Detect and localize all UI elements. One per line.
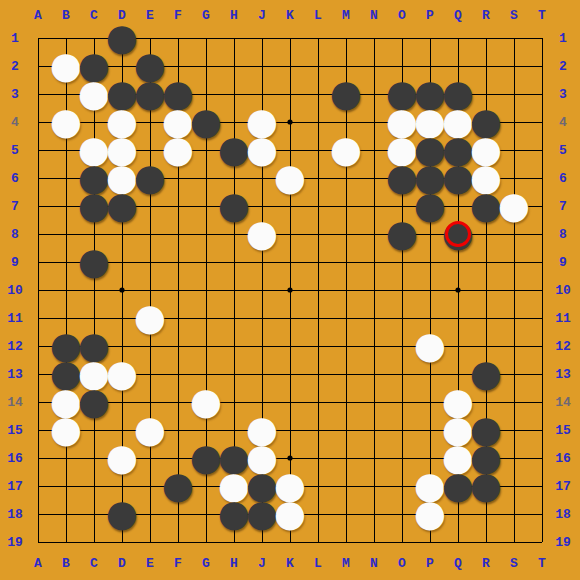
row-label-right: 4 <box>559 115 567 130</box>
column-label-bottom: B <box>62 556 70 571</box>
black-stone: ● <box>472 444 500 472</box>
column-label-top: K <box>286 8 294 23</box>
row-label-right: 12 <box>555 339 571 354</box>
column-label-bottom: N <box>370 556 378 571</box>
white-stone: ● <box>276 500 304 528</box>
column-label-bottom: P <box>426 556 434 571</box>
white-stone: ● <box>220 472 248 500</box>
white-stone: ● <box>80 136 108 164</box>
black-stone: ● <box>164 80 192 108</box>
row-label-left: 2 <box>11 59 19 74</box>
row-label-right: 8 <box>559 227 567 242</box>
column-label-bottom: Q <box>454 556 462 571</box>
column-label-top: S <box>510 8 518 23</box>
column-label-bottom: L <box>314 556 322 571</box>
column-label-top: R <box>482 8 490 23</box>
black-stone: ● <box>416 192 444 220</box>
black-stone: ● <box>220 500 248 528</box>
white-stone: ● <box>164 108 192 136</box>
black-stone: ● <box>108 192 136 220</box>
last-move-marker <box>445 221 471 247</box>
row-label-right: 7 <box>559 199 567 214</box>
white-stone: ● <box>52 108 80 136</box>
white-stone: ● <box>416 472 444 500</box>
black-stone: ● <box>52 360 80 388</box>
row-label-left: 1 <box>11 31 19 46</box>
white-stone: ● <box>444 444 472 472</box>
row-label-right: 5 <box>559 143 567 158</box>
black-stone: ● <box>416 164 444 192</box>
black-stone: ● <box>164 472 192 500</box>
column-label-bottom: A <box>34 556 42 571</box>
black-stone: ● <box>136 52 164 80</box>
white-stone: ● <box>108 108 136 136</box>
black-stone: ● <box>472 416 500 444</box>
black-stone: ● <box>388 80 416 108</box>
row-label-right: 11 <box>555 311 571 326</box>
black-stone: ● <box>136 80 164 108</box>
row-label-left: 9 <box>11 255 19 270</box>
black-stone: ● <box>444 164 472 192</box>
white-stone: ● <box>416 500 444 528</box>
black-stone: ● <box>248 472 276 500</box>
black-stone: ● <box>472 192 500 220</box>
row-label-right: 6 <box>559 171 567 186</box>
black-stone: ● <box>108 80 136 108</box>
row-label-right: 15 <box>555 423 571 438</box>
row-label-right: 2 <box>559 59 567 74</box>
go-board-app: AABBCCDDEEFFGGHHJJKKLLMMNNOOPPQQRRSSTT11… <box>0 0 580 580</box>
column-label-top: B <box>62 8 70 23</box>
white-stone: ● <box>248 136 276 164</box>
white-stone: ● <box>108 444 136 472</box>
black-stone: ● <box>248 500 276 528</box>
black-stone: ● <box>136 164 164 192</box>
column-label-top: P <box>426 8 434 23</box>
white-stone: ● <box>388 136 416 164</box>
white-stone: ● <box>164 136 192 164</box>
white-stone: ● <box>52 52 80 80</box>
column-label-top: Q <box>454 8 462 23</box>
black-stone: ● <box>220 192 248 220</box>
column-label-bottom: J <box>258 556 266 571</box>
black-stone: ● <box>220 136 248 164</box>
white-stone: ● <box>248 220 276 248</box>
black-stone: ● <box>220 444 248 472</box>
black-stone: ● <box>80 332 108 360</box>
row-label-right: 1 <box>559 31 567 46</box>
black-stone: ● <box>444 80 472 108</box>
column-label-top: A <box>34 8 42 23</box>
column-label-bottom: D <box>118 556 126 571</box>
white-stone: ● <box>472 164 500 192</box>
white-stone: ● <box>248 108 276 136</box>
white-stone: ● <box>388 108 416 136</box>
column-label-top: G <box>202 8 210 23</box>
white-stone: ● <box>500 192 528 220</box>
black-stone: ● <box>472 472 500 500</box>
black-stone: ● <box>80 52 108 80</box>
black-stone: ● <box>80 192 108 220</box>
column-label-bottom: T <box>538 556 546 571</box>
row-label-left: 19 <box>7 535 23 550</box>
row-label-right: 19 <box>555 535 571 550</box>
column-label-bottom: C <box>90 556 98 571</box>
column-label-top: M <box>342 8 350 23</box>
black-stone: ● <box>80 164 108 192</box>
black-stone: ● <box>472 360 500 388</box>
white-stone: ● <box>108 136 136 164</box>
row-label-left: 17 <box>7 479 23 494</box>
black-stone: ● <box>444 472 472 500</box>
black-stone: ● <box>192 444 220 472</box>
column-label-top: T <box>538 8 546 23</box>
black-stone: ● <box>332 80 360 108</box>
white-stone: ● <box>444 108 472 136</box>
row-label-left: 4 <box>11 115 19 130</box>
column-label-bottom: R <box>482 556 490 571</box>
black-stone: ● <box>444 136 472 164</box>
column-label-bottom: E <box>146 556 154 571</box>
row-label-left: 12 <box>7 339 23 354</box>
black-stone: ● <box>444 220 472 248</box>
white-stone: ● <box>248 444 276 472</box>
black-stone: ● <box>388 164 416 192</box>
row-label-left: 8 <box>11 227 19 242</box>
row-label-left: 6 <box>11 171 19 186</box>
black-stone: ● <box>52 332 80 360</box>
row-label-left: 15 <box>7 423 23 438</box>
black-stone: ● <box>80 388 108 416</box>
row-label-right: 9 <box>559 255 567 270</box>
white-stone: ● <box>248 416 276 444</box>
row-label-right: 3 <box>559 87 567 102</box>
black-stone: ● <box>108 24 136 52</box>
white-stone: ● <box>444 416 472 444</box>
column-label-bottom: G <box>202 556 210 571</box>
white-stone: ● <box>80 80 108 108</box>
column-label-bottom: S <box>510 556 518 571</box>
row-label-left: 7 <box>11 199 19 214</box>
white-stone: ● <box>80 360 108 388</box>
column-label-top: O <box>398 8 406 23</box>
column-label-bottom: O <box>398 556 406 571</box>
column-label-top: D <box>118 8 126 23</box>
row-label-left: 14 <box>7 395 23 410</box>
black-stone: ● <box>192 108 220 136</box>
column-label-bottom: H <box>230 556 238 571</box>
row-label-left: 16 <box>7 451 23 466</box>
column-label-top: N <box>370 8 378 23</box>
white-stone: ● <box>416 108 444 136</box>
column-label-top: L <box>314 8 322 23</box>
row-label-right: 17 <box>555 479 571 494</box>
row-label-left: 5 <box>11 143 19 158</box>
column-label-bottom: M <box>342 556 350 571</box>
black-stone: ● <box>108 500 136 528</box>
white-stone: ● <box>136 304 164 332</box>
white-stone: ● <box>108 164 136 192</box>
column-label-bottom: F <box>174 556 182 571</box>
row-label-right: 13 <box>555 367 571 382</box>
row-label-left: 10 <box>7 283 23 298</box>
row-label-right: 10 <box>555 283 571 298</box>
white-stone: ● <box>136 416 164 444</box>
black-stone: ● <box>472 108 500 136</box>
white-stone: ● <box>276 472 304 500</box>
column-label-top: C <box>90 8 98 23</box>
row-label-right: 16 <box>555 451 571 466</box>
black-stone: ● <box>416 136 444 164</box>
go-board[interactable]: ●●●●●●●●●●●●●●●●●●●●●●●●●●●●●●●●●●●●●●●●… <box>24 24 556 556</box>
row-label-right: 18 <box>555 507 571 522</box>
white-stone: ● <box>52 388 80 416</box>
column-label-top: H <box>230 8 238 23</box>
white-stone: ● <box>472 136 500 164</box>
row-label-left: 18 <box>7 507 23 522</box>
white-stone: ● <box>52 416 80 444</box>
column-label-top: F <box>174 8 182 23</box>
row-label-left: 13 <box>7 367 23 382</box>
black-stone: ● <box>416 80 444 108</box>
white-stone: ● <box>416 332 444 360</box>
row-label-right: 14 <box>555 395 571 410</box>
column-label-top: J <box>258 8 266 23</box>
white-stone: ● <box>192 388 220 416</box>
column-label-bottom: K <box>286 556 294 571</box>
black-stone: ● <box>388 220 416 248</box>
row-label-left: 11 <box>7 311 23 326</box>
column-label-top: E <box>146 8 154 23</box>
white-stone: ● <box>332 136 360 164</box>
row-label-left: 3 <box>11 87 19 102</box>
white-stone: ● <box>276 164 304 192</box>
black-stone: ● <box>80 248 108 276</box>
white-stone: ● <box>444 388 472 416</box>
white-stone: ● <box>108 360 136 388</box>
